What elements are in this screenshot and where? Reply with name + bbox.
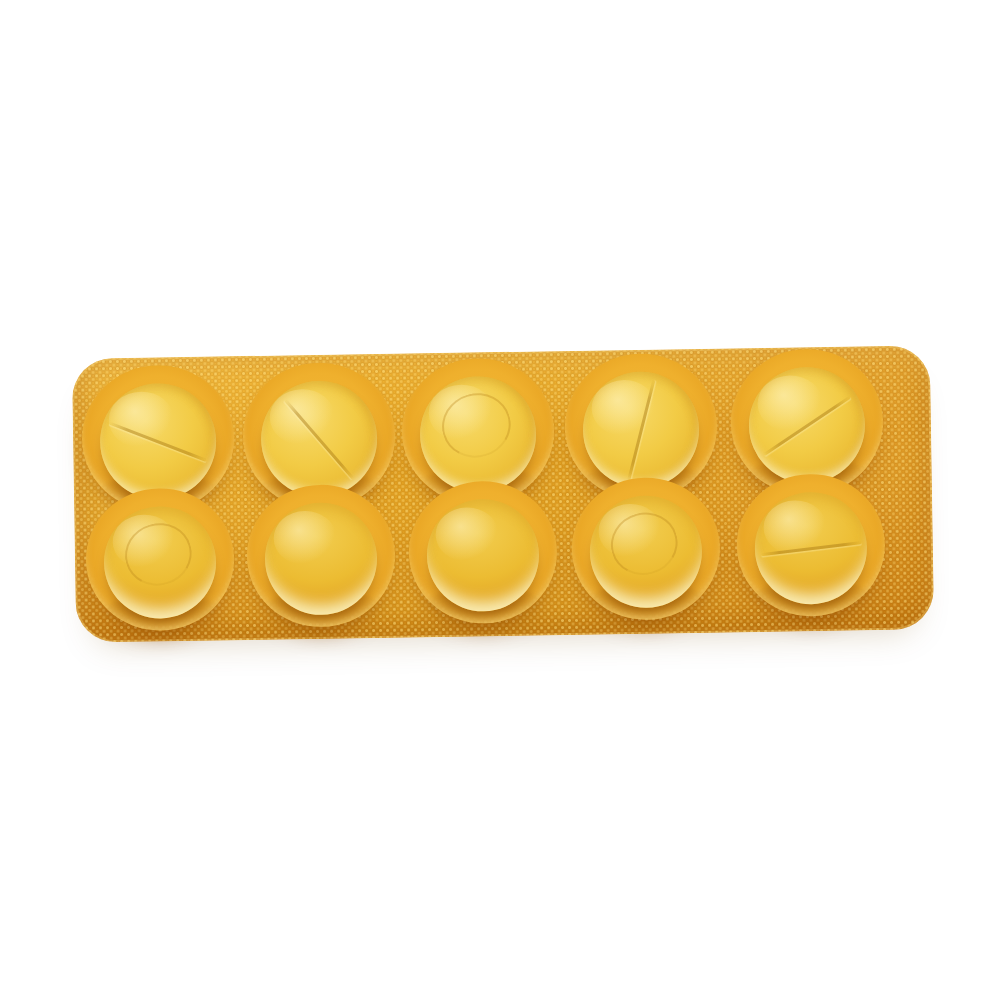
score-line-mark — [761, 541, 861, 556]
score-line-mark — [284, 398, 355, 479]
score-line-mark — [109, 421, 207, 461]
ring-emboss-mark — [118, 515, 199, 593]
ring-emboss-mark — [434, 386, 518, 467]
score-line-mark — [763, 395, 851, 456]
score-line-mark — [627, 379, 655, 481]
blister-pack — [72, 345, 934, 642]
photo-scene — [0, 0, 1000, 1000]
ring-emboss-mark — [604, 505, 685, 583]
